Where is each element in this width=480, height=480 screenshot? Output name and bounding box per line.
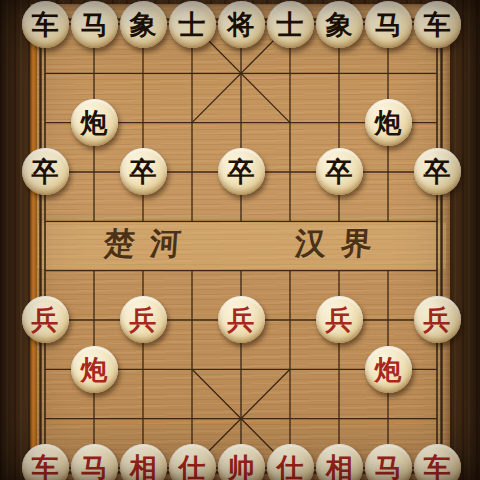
piece-red-soldier[interactable]: 兵 <box>22 296 69 343</box>
piece-red-soldier[interactable]: 兵 <box>120 296 167 343</box>
piece-red-chariot[interactable]: 车 <box>414 444 461 480</box>
piece-black-elephant[interactable]: 象 <box>120 1 167 48</box>
piece-black-chariot[interactable]: 车 <box>414 1 461 48</box>
piece-red-elephant[interactable]: 相 <box>316 444 363 480</box>
piece-black-advisor[interactable]: 士 <box>169 1 216 48</box>
xiangqi-game-screen: 楚河 汉界 车马象士将士象马车炮炮卒卒卒卒卒兵兵兵兵兵炮炮车马相仕帅仕相马车 <box>0 0 480 480</box>
piece-black-cannon[interactable]: 炮 <box>71 99 118 146</box>
piece-black-soldier[interactable]: 卒 <box>22 148 69 195</box>
piece-red-cannon[interactable]: 炮 <box>71 346 118 393</box>
piece-red-soldier[interactable]: 兵 <box>414 296 461 343</box>
board[interactable]: 楚河 汉界 车马象士将士象马车炮炮卒卒卒卒卒兵兵兵兵兵炮炮车马相仕帅仕相马车 <box>30 4 450 480</box>
piece-black-horse[interactable]: 马 <box>71 1 118 48</box>
piece-red-general[interactable]: 帅 <box>218 444 265 480</box>
river-label-chu-he: 楚河 <box>103 223 198 265</box>
piece-red-advisor[interactable]: 仕 <box>267 444 314 480</box>
piece-black-soldier[interactable]: 卒 <box>218 148 265 195</box>
piece-black-soldier[interactable]: 卒 <box>316 148 363 195</box>
piece-black-cannon[interactable]: 炮 <box>365 99 412 146</box>
piece-red-soldier[interactable]: 兵 <box>218 296 265 343</box>
piece-red-soldier[interactable]: 兵 <box>316 296 363 343</box>
piece-black-soldier[interactable]: 卒 <box>414 148 461 195</box>
piece-black-advisor[interactable]: 士 <box>267 1 314 48</box>
piece-black-soldier[interactable]: 卒 <box>120 148 167 195</box>
piece-black-elephant[interactable]: 象 <box>316 1 363 48</box>
piece-red-cannon[interactable]: 炮 <box>365 346 412 393</box>
piece-red-chariot[interactable]: 车 <box>22 444 69 480</box>
piece-red-horse[interactable]: 马 <box>365 444 412 480</box>
piece-red-horse[interactable]: 马 <box>71 444 118 480</box>
piece-black-chariot[interactable]: 车 <box>22 1 69 48</box>
piece-black-general[interactable]: 将 <box>218 1 265 48</box>
piece-black-horse[interactable]: 马 <box>365 1 412 48</box>
river-label-han-jie: 汉界 <box>294 223 389 265</box>
piece-red-advisor[interactable]: 仕 <box>169 444 216 480</box>
piece-red-elephant[interactable]: 相 <box>120 444 167 480</box>
